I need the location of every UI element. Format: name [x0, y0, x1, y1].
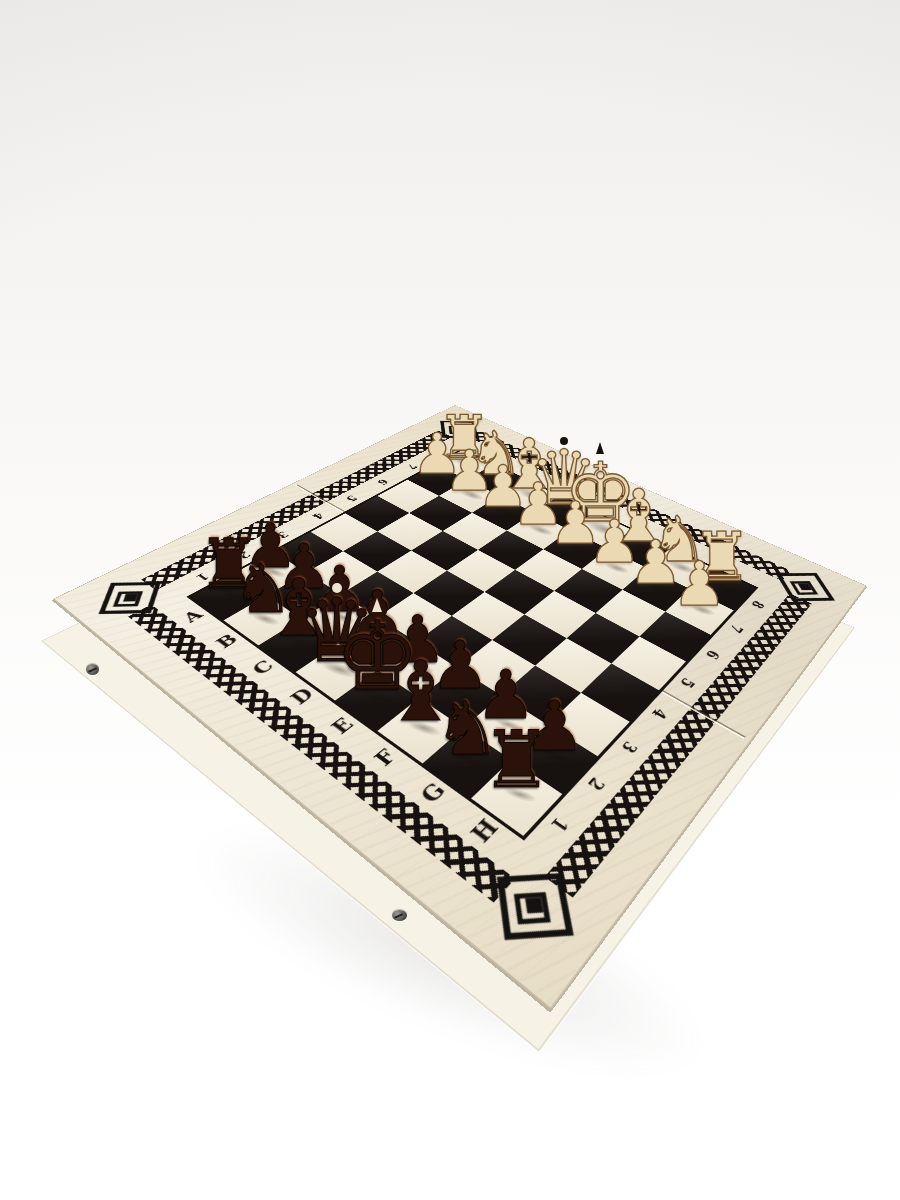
piece-white-pawn[interactable]: ♟: [654, 553, 744, 614]
file-label-b: B: [212, 632, 241, 651]
product-photo-scene: ABCDEFGH1234567812345678 ♜♞♝♛♚♝♞♜♟♟♟♟♟♟♟…: [0, 0, 900, 1200]
corner-ornament-bottom-left: [99, 582, 161, 614]
corner-ornament-top-right: [776, 573, 835, 601]
rank-label-right-2: 2: [584, 774, 607, 792]
rank-label-right-5: 5: [676, 675, 696, 689]
file-label-h: H: [467, 815, 503, 846]
rank-label-left-6: 6: [375, 478, 390, 486]
king-cone-finial: [596, 442, 604, 454]
rank-label-right-6: 6: [702, 648, 721, 661]
file-label-g: G: [416, 779, 450, 806]
queen-ball-finial: [332, 583, 342, 593]
rank-label-right-3: 3: [618, 738, 640, 755]
clasp-screw: [392, 910, 407, 921]
queen-ball-finial: [560, 437, 568, 445]
rank-label-right-7: 7: [726, 622, 745, 634]
king-cone-finial: [372, 598, 382, 612]
file-label-d: D: [286, 685, 317, 707]
file-label-c: C: [248, 657, 277, 677]
rank-label-right-1: 1: [547, 814, 571, 834]
rank-label-left-5: 5: [343, 494, 359, 502]
hinge-screw: [86, 664, 99, 675]
corner-ornament-bottom-right: [497, 873, 574, 940]
rank-label-right-4: 4: [648, 705, 669, 720]
rank-label-right-8: 8: [748, 599, 766, 610]
file-label-e: E: [327, 714, 357, 736]
file-label-f: F: [370, 746, 400, 769]
file-label-a: A: [179, 607, 206, 624]
piece-black-rook[interactable]: ♜: [472, 721, 562, 800]
